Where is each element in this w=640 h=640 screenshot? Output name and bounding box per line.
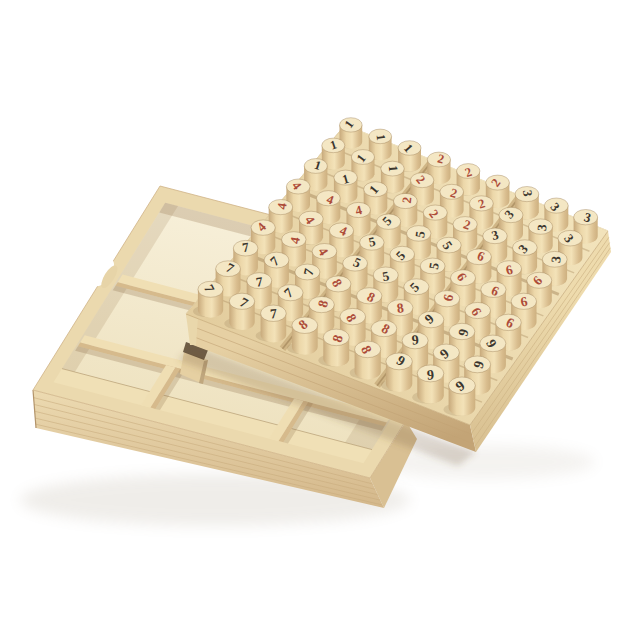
peg-digit-r9c8: 9	[426, 366, 434, 382]
scene-svg: 1111121121224123422344233452344533455374…	[0, 0, 640, 640]
product-photo-stage: 1111121121224123422344233452344533455374…	[0, 0, 640, 640]
peg-digit-r2c3: 1	[386, 165, 400, 172]
